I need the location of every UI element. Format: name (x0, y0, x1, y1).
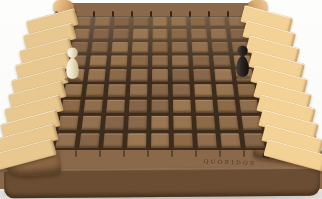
black-pawn[interactable] (232, 44, 253, 80)
photo-canvas: QUORIDOR (0, 0, 322, 199)
white-pawn[interactable] (62, 46, 83, 82)
pawn-layer (0, 0, 322, 199)
